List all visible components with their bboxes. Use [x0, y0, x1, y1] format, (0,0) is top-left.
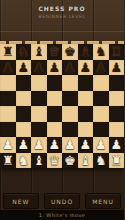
square-g3[interactable] [93, 122, 109, 138]
piece-white-pawn: ♟ [2, 138, 14, 151]
square-f1[interactable]: ♝ [78, 153, 94, 169]
square-e7[interactable]: ♟ [62, 60, 78, 76]
square-b4[interactable] [16, 106, 32, 122]
square-e2[interactable]: ♟ [62, 137, 78, 153]
square-c1[interactable]: ♝ [31, 153, 47, 169]
square-a4[interactable] [0, 106, 16, 122]
square-f6[interactable] [78, 75, 94, 91]
square-c6[interactable] [31, 75, 47, 91]
undo-button[interactable]: UNDO [44, 193, 80, 209]
square-a1[interactable]: ♜ [0, 153, 16, 169]
square-h6[interactable] [109, 75, 125, 91]
piece-black-pawn: ♟ [79, 60, 91, 73]
piece-white-rook: ♜ [2, 153, 14, 166]
square-g4[interactable] [93, 106, 109, 122]
piece-black-bishop: ♝ [33, 45, 45, 58]
square-e3[interactable] [62, 122, 78, 138]
square-b6[interactable] [16, 75, 32, 91]
piece-white-pawn: ♟ [110, 138, 122, 151]
square-c3[interactable] [31, 122, 47, 138]
square-e6[interactable] [62, 75, 78, 91]
square-c4[interactable] [31, 106, 47, 122]
status-bar: 1. White's move [0, 210, 124, 220]
piece-white-bishop: ♝ [79, 153, 91, 166]
square-c2[interactable]: ♟ [31, 137, 47, 153]
square-f5[interactable] [78, 91, 94, 107]
square-a8[interactable]: ♜ [0, 44, 16, 60]
piece-black-knight: ♞ [17, 45, 29, 58]
square-a5[interactable] [0, 91, 16, 107]
square-g1[interactable]: ♞ [93, 153, 109, 169]
square-f8[interactable]: ♝ [78, 44, 94, 60]
piece-white-rook: ♜ [110, 153, 122, 166]
square-a2[interactable]: ♟ [0, 137, 16, 153]
square-b2[interactable]: ♟ [16, 137, 32, 153]
square-d1[interactable]: ♛ [47, 153, 63, 169]
piece-black-knight: ♞ [95, 45, 107, 58]
app-header: CHESS PRO BEGINNER LEVEL [0, 5, 124, 19]
square-g2[interactable]: ♟ [93, 137, 109, 153]
square-e8[interactable]: ♚ [62, 44, 78, 60]
square-g6[interactable] [93, 75, 109, 91]
app-title: CHESS PRO [0, 5, 124, 12]
square-f3[interactable] [78, 122, 94, 138]
toolbar: NEW UNDO MENU [3, 193, 121, 209]
square-c8[interactable]: ♝ [31, 44, 47, 60]
square-d6[interactable] [47, 75, 63, 91]
square-d3[interactable] [47, 122, 63, 138]
piece-black-queen: ♛ [48, 45, 60, 58]
piece-white-pawn: ♟ [95, 138, 107, 151]
square-h3[interactable] [109, 122, 125, 138]
new-game-button[interactable]: NEW [3, 193, 39, 209]
piece-white-pawn: ♟ [17, 138, 29, 151]
square-h2[interactable]: ♟ [109, 137, 125, 153]
square-e1[interactable]: ♚ [62, 153, 78, 169]
square-g8[interactable]: ♞ [93, 44, 109, 60]
piece-black-pawn: ♟ [17, 60, 29, 73]
piece-black-rook: ♜ [110, 45, 122, 58]
square-b5[interactable] [16, 91, 32, 107]
square-g7[interactable]: ♟ [93, 60, 109, 76]
piece-black-bishop: ♝ [79, 45, 91, 58]
piece-white-bishop: ♝ [33, 153, 45, 166]
square-b3[interactable] [16, 122, 32, 138]
piece-white-king: ♚ [64, 153, 76, 166]
piece-black-pawn: ♟ [64, 60, 76, 73]
square-f7[interactable]: ♟ [78, 60, 94, 76]
piece-white-pawn: ♟ [48, 138, 60, 151]
square-e5[interactable] [62, 91, 78, 107]
square-h4[interactable] [109, 106, 125, 122]
piece-black-pawn: ♟ [95, 60, 107, 73]
square-f2[interactable]: ♟ [78, 137, 94, 153]
piece-black-pawn: ♟ [110, 60, 122, 73]
square-b7[interactable]: ♟ [16, 60, 32, 76]
wood-plank-seam [0, 31, 124, 32]
piece-black-pawn: ♟ [48, 60, 60, 73]
square-b1[interactable]: ♞ [16, 153, 32, 169]
square-g5[interactable] [93, 91, 109, 107]
piece-white-knight: ♞ [17, 153, 29, 166]
square-a3[interactable] [0, 122, 16, 138]
menu-button[interactable]: MENU [85, 193, 121, 209]
square-d2[interactable]: ♟ [47, 137, 63, 153]
square-d4[interactable] [47, 106, 63, 122]
square-a6[interactable] [0, 75, 16, 91]
square-b8[interactable]: ♞ [16, 44, 32, 60]
square-d5[interactable] [47, 91, 63, 107]
piece-black-rook: ♜ [2, 45, 14, 58]
square-d8[interactable]: ♛ [47, 44, 63, 60]
square-h5[interactable] [109, 91, 125, 107]
chess-board: ♜♞♝♛♚♝♞♜♟♟♟♟♟♟♟♟♟♟♟♟♟♟♟♟♜♞♝♛♚♝♞♜ [0, 44, 124, 168]
square-a7[interactable]: ♟ [0, 60, 16, 76]
difficulty-level-label: BEGINNER LEVEL [0, 14, 124, 19]
piece-black-king: ♚ [64, 45, 76, 58]
move-status-text: 1. White's move [39, 212, 85, 218]
piece-black-pawn: ♟ [2, 60, 14, 73]
square-h7[interactable]: ♟ [109, 60, 125, 76]
square-h1[interactable]: ♜ [109, 153, 125, 169]
piece-white-knight: ♞ [95, 153, 107, 166]
piece-white-pawn: ♟ [33, 138, 45, 151]
piece-white-queen: ♛ [48, 153, 60, 166]
piece-white-pawn: ♟ [79, 138, 91, 151]
piece-black-pawn: ♟ [33, 60, 45, 73]
square-f4[interactable] [78, 106, 94, 122]
square-h8[interactable]: ♜ [109, 44, 125, 60]
square-e4[interactable] [62, 106, 78, 122]
piece-white-pawn: ♟ [64, 138, 76, 151]
square-d7[interactable]: ♟ [47, 60, 63, 76]
square-c5[interactable] [31, 91, 47, 107]
square-c7[interactable]: ♟ [31, 60, 47, 76]
